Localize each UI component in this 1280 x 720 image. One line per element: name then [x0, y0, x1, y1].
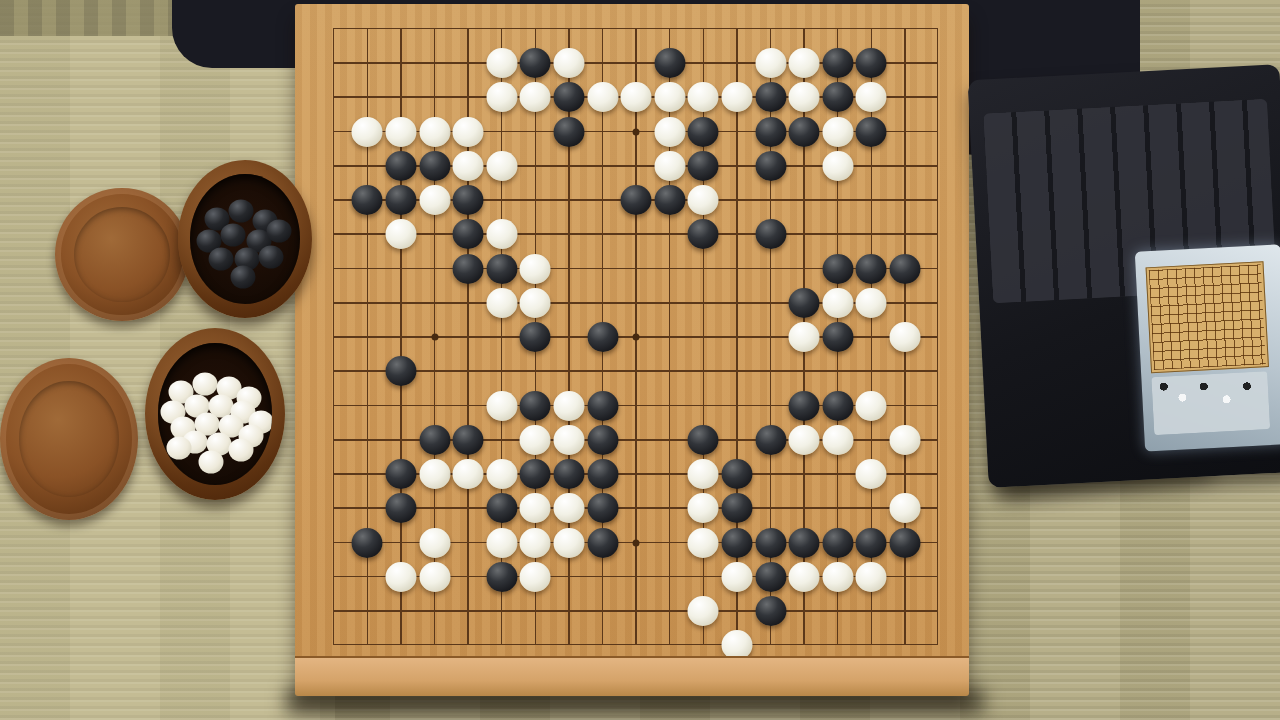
star-point — [633, 128, 640, 135]
white-stone — [621, 82, 652, 112]
white-stone — [553, 528, 584, 558]
black-stone — [385, 459, 416, 489]
black-stone — [587, 459, 618, 489]
white-stone — [688, 459, 719, 489]
black-stone — [856, 48, 887, 78]
white-stone — [688, 82, 719, 112]
white-stone — [856, 288, 887, 318]
white-stone — [889, 493, 920, 523]
white-stone — [587, 82, 618, 112]
black-stone — [856, 528, 887, 558]
black-stone — [587, 528, 618, 558]
white-stone — [789, 425, 820, 455]
white-stone — [520, 288, 551, 318]
white-stone — [856, 391, 887, 421]
black-stone — [553, 459, 584, 489]
black-stone — [520, 322, 551, 352]
black-stone — [453, 219, 484, 249]
black-stone — [789, 391, 820, 421]
white-stone — [486, 459, 517, 489]
black-stone — [755, 151, 786, 181]
white-stone — [688, 185, 719, 215]
black-stone — [822, 254, 853, 284]
black-stone — [587, 322, 618, 352]
white-stone — [856, 82, 887, 112]
photo-scene — [0, 0, 1280, 720]
white-stone — [688, 493, 719, 523]
black-stone — [688, 151, 719, 181]
white-stone — [822, 151, 853, 181]
white-stone — [419, 117, 450, 147]
black-stone — [889, 254, 920, 284]
white-stone — [486, 391, 517, 421]
black-stone-bowl — [178, 160, 312, 318]
white-stone — [453, 151, 484, 181]
black-stone — [789, 117, 820, 147]
tablet — [968, 64, 1280, 488]
white-stone — [520, 493, 551, 523]
black-stone-in-bowl — [259, 246, 284, 269]
white-stone — [419, 562, 450, 592]
black-stone — [889, 528, 920, 558]
black-stone — [520, 391, 551, 421]
star-point — [633, 334, 640, 341]
white-stone — [789, 562, 820, 592]
white-stone — [822, 562, 853, 592]
black-stone — [419, 151, 450, 181]
white-stone — [385, 562, 416, 592]
black-stone — [553, 82, 584, 112]
tablet-screen-go-stones — [1151, 371, 1270, 435]
white-stone — [419, 528, 450, 558]
white-stone — [654, 117, 685, 147]
black-stone — [822, 48, 853, 78]
go-board — [295, 4, 969, 694]
black-stone — [486, 254, 517, 284]
black-stone — [587, 425, 618, 455]
white-stone — [520, 254, 551, 284]
board-front-face — [295, 656, 969, 696]
black-stone — [385, 185, 416, 215]
black-stone — [453, 425, 484, 455]
white-stone — [889, 322, 920, 352]
black-stone — [755, 528, 786, 558]
black-stone — [789, 528, 820, 558]
white-stone — [856, 459, 887, 489]
black-bowl-cavity — [190, 174, 300, 304]
white-stone — [385, 117, 416, 147]
white-stone — [822, 117, 853, 147]
black-stone — [486, 493, 517, 523]
white-stone — [453, 117, 484, 147]
white-stone-bowl — [145, 328, 285, 500]
black-stone — [419, 425, 450, 455]
black-stone — [721, 528, 752, 558]
black-stone — [688, 219, 719, 249]
black-stone-in-bowl — [221, 224, 246, 247]
black-stone — [755, 117, 786, 147]
white-stone — [419, 185, 450, 215]
white-stone — [385, 219, 416, 249]
black-stone — [587, 493, 618, 523]
black-stone — [520, 459, 551, 489]
white-stone — [553, 48, 584, 78]
white-stone — [789, 322, 820, 352]
black-stone — [688, 117, 719, 147]
white-stone-in-bowl — [193, 372, 218, 395]
star-point — [431, 334, 438, 341]
tablet-screen — [1135, 244, 1280, 451]
black-stone — [822, 322, 853, 352]
white-stone — [453, 459, 484, 489]
white-stone — [419, 459, 450, 489]
white-stone — [856, 562, 887, 592]
white-stone — [721, 562, 752, 592]
black-stone — [486, 562, 517, 592]
black-stone — [654, 185, 685, 215]
white-stone — [789, 48, 820, 78]
tablet-screen-go-board — [1146, 261, 1269, 373]
black-stone — [553, 117, 584, 147]
black-stone — [789, 288, 820, 318]
bowl-lid-lower — [0, 358, 138, 520]
black-stone — [755, 562, 786, 592]
white-stone — [520, 82, 551, 112]
white-stone — [688, 528, 719, 558]
black-stone — [453, 254, 484, 284]
white-stone — [486, 48, 517, 78]
black-stone-in-bowl — [267, 220, 292, 243]
black-stone — [721, 493, 752, 523]
black-stone — [352, 528, 383, 558]
black-stone — [621, 185, 652, 215]
tatami-border-band — [0, 0, 190, 36]
black-stone — [856, 117, 887, 147]
white-stone — [822, 288, 853, 318]
white-stone — [688, 596, 719, 626]
white-stone — [654, 151, 685, 181]
black-stone — [654, 48, 685, 78]
white-stone — [721, 82, 752, 112]
white-stone — [486, 288, 517, 318]
black-stone-in-bowl — [229, 200, 254, 223]
star-point — [633, 539, 640, 546]
black-stone — [352, 185, 383, 215]
white-stone — [520, 425, 551, 455]
white-stone — [520, 562, 551, 592]
white-stone-in-bowl — [167, 436, 192, 459]
black-stone — [385, 493, 416, 523]
white-stone — [486, 82, 517, 112]
white-stone — [553, 391, 584, 421]
white-stone — [822, 425, 853, 455]
black-stone — [721, 459, 752, 489]
black-stone — [453, 185, 484, 215]
white-stone — [486, 528, 517, 558]
black-stone — [688, 425, 719, 455]
black-stone — [385, 151, 416, 181]
black-stone — [856, 254, 887, 284]
white-stone — [789, 82, 820, 112]
white-stone — [352, 117, 383, 147]
white-stone-in-bowl — [229, 438, 254, 461]
white-stone — [889, 425, 920, 455]
black-stone-in-bowl — [209, 248, 234, 271]
black-stone — [520, 48, 551, 78]
black-stone — [755, 596, 786, 626]
white-stone-in-bowl — [199, 450, 224, 473]
black-stone — [587, 391, 618, 421]
white-stone — [486, 151, 517, 181]
board-grid — [333, 28, 938, 645]
black-stone-in-bowl — [231, 266, 256, 289]
white-stone — [486, 219, 517, 249]
bowl-lid-upper — [55, 188, 189, 321]
white-stone — [654, 82, 685, 112]
white-stone — [553, 493, 584, 523]
black-stone — [822, 391, 853, 421]
black-stone — [755, 425, 786, 455]
black-stone — [755, 219, 786, 249]
black-stone — [385, 356, 416, 386]
black-stone — [822, 528, 853, 558]
white-stone — [520, 528, 551, 558]
black-stone — [822, 82, 853, 112]
white-stone — [553, 425, 584, 455]
black-stone — [755, 82, 786, 112]
white-bowl-cavity — [158, 343, 273, 484]
white-stone — [755, 48, 786, 78]
